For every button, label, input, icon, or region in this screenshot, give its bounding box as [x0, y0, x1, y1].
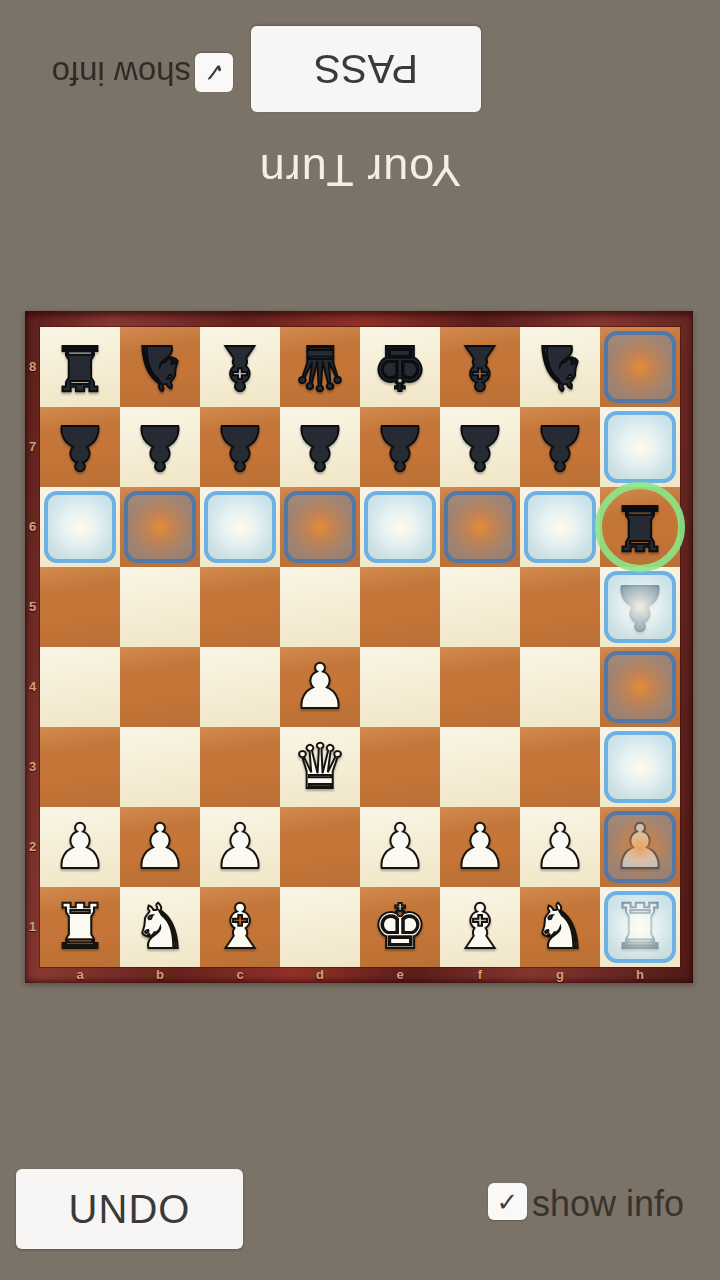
piece-black-rook: ♜	[600, 487, 680, 567]
square-b4[interactable]	[120, 647, 200, 727]
square-g1[interactable]: ♞	[520, 887, 600, 967]
move-highlight	[604, 651, 676, 723]
square-g7[interactable]: ♟	[520, 407, 600, 487]
square-c2[interactable]: ♟	[200, 807, 280, 887]
square-f7[interactable]: ♟	[440, 407, 520, 487]
square-g5[interactable]	[520, 567, 600, 647]
piece-black-knight: ♞	[520, 327, 600, 407]
square-c4[interactable]	[200, 647, 280, 727]
square-d2[interactable]	[280, 807, 360, 887]
move-highlight	[524, 491, 596, 563]
player-show-info-label: show info	[532, 1183, 684, 1225]
file-label-f: f	[440, 967, 520, 983]
square-c8[interactable]: ♝	[200, 327, 280, 407]
square-f1[interactable]: ♝	[440, 887, 520, 967]
piece-black-king: ♚	[360, 327, 440, 407]
opponent-control-bar: Your Turn PASS ✓ show info	[0, 0, 720, 200]
piece-white-rook: ♜	[40, 887, 120, 967]
rank-label-8: 8	[25, 327, 40, 407]
square-e6[interactable]	[360, 487, 440, 567]
square-b3[interactable]	[120, 727, 200, 807]
move-highlight	[604, 331, 676, 403]
file-label-c: c	[200, 967, 280, 983]
square-h8[interactable]	[600, 327, 680, 407]
piece-white-knight: ♞	[520, 887, 600, 967]
square-g6[interactable]	[520, 487, 600, 567]
square-e3[interactable]	[360, 727, 440, 807]
square-b5[interactable]	[120, 567, 200, 647]
square-e1[interactable]: ♚	[360, 887, 440, 967]
file-label-e: e	[360, 967, 440, 983]
piece-white-pawn: ♟	[40, 807, 120, 887]
square-h2[interactable]: ♟	[600, 807, 680, 887]
piece-white-rook: ♜	[600, 887, 680, 967]
square-h6[interactable]: ♜	[600, 487, 680, 567]
piece-black-pawn: ♟	[40, 407, 120, 487]
piece-black-pawn: ♟	[280, 407, 360, 487]
square-f3[interactable]	[440, 727, 520, 807]
piece-white-pawn: ♟	[440, 807, 520, 887]
rank-label-4: 4	[25, 647, 40, 727]
rank-label-5: 5	[25, 567, 40, 647]
piece-white-pawn: ♟	[360, 807, 440, 887]
square-d6[interactable]	[280, 487, 360, 567]
move-highlight	[444, 491, 516, 563]
square-b6[interactable]	[120, 487, 200, 567]
square-h7[interactable]	[600, 407, 680, 487]
square-e2[interactable]: ♟	[360, 807, 440, 887]
move-highlight	[124, 491, 196, 563]
square-d3[interactable]: ♛	[280, 727, 360, 807]
opponent-show-info-checkbox[interactable]: ✓	[195, 53, 233, 92]
square-c7[interactable]: ♟	[200, 407, 280, 487]
square-b1[interactable]: ♞	[120, 887, 200, 967]
square-a3[interactable]	[40, 727, 120, 807]
square-h3[interactable]	[600, 727, 680, 807]
move-highlight	[364, 491, 436, 563]
move-highlight	[44, 491, 116, 563]
rank-label-1: 1	[25, 887, 40, 967]
piece-black-pawn: ♟	[440, 407, 520, 487]
square-b8[interactable]: ♞	[120, 327, 200, 407]
file-label-h: h	[600, 967, 680, 983]
square-d5[interactable]	[280, 567, 360, 647]
piece-black-knight: ♞	[120, 327, 200, 407]
piece-black-queen: ♛	[280, 327, 360, 407]
piece-black-pawn: ♟	[200, 407, 280, 487]
square-g2[interactable]: ♟	[520, 807, 600, 887]
square-f8[interactable]: ♝	[440, 327, 520, 407]
square-a1[interactable]: ♜	[40, 887, 120, 967]
square-a8[interactable]: ♜	[40, 327, 120, 407]
square-c6[interactable]	[200, 487, 280, 567]
square-a7[interactable]: ♟	[40, 407, 120, 487]
square-h1[interactable]: ♜	[600, 887, 680, 967]
square-e8[interactable]: ♚	[360, 327, 440, 407]
move-highlight	[284, 491, 356, 563]
chess-board-frame: ♜♞♝♛♚♝♞♟♟♟♟♟♟♟♜♟♟♛♟♟♟♟♟♟♟♜♞♝♚♝♞♜ 8765432…	[25, 311, 693, 983]
piece-black-pawn: ♟	[120, 407, 200, 487]
piece-black-pawn: ♟	[520, 407, 600, 487]
rank-label-6: 6	[25, 487, 40, 567]
square-c3[interactable]	[200, 727, 280, 807]
rank-label-2: 2	[25, 807, 40, 887]
square-g8[interactable]: ♞	[520, 327, 600, 407]
move-highlight	[604, 411, 676, 483]
square-d8[interactable]: ♛	[280, 327, 360, 407]
square-d7[interactable]: ♟	[280, 407, 360, 487]
square-c1[interactable]: ♝	[200, 887, 280, 967]
square-d1[interactable]	[280, 887, 360, 967]
move-highlight	[604, 731, 676, 803]
piece-black-rook: ♜	[40, 327, 120, 407]
square-b7[interactable]: ♟	[120, 407, 200, 487]
piece-white-bishop: ♝	[440, 887, 520, 967]
square-e7[interactable]: ♟	[360, 407, 440, 487]
square-b2[interactable]: ♟	[120, 807, 200, 887]
piece-black-bishop: ♝	[440, 327, 520, 407]
square-f4[interactable]	[440, 647, 520, 727]
checkmark-icon: ✓	[203, 60, 225, 86]
square-a2[interactable]: ♟	[40, 807, 120, 887]
file-label-a: a	[40, 967, 120, 983]
turn-indicator: Your Turn	[0, 144, 720, 196]
file-label-d: d	[280, 967, 360, 983]
piece-white-king: ♚	[360, 887, 440, 967]
piece-white-pawn: ♟	[520, 807, 600, 887]
piece-white-pawn: ♟	[280, 647, 360, 727]
piece-white-pawn: ♟	[600, 807, 680, 887]
file-label-b: b	[120, 967, 200, 983]
rank-label-7: 7	[25, 407, 40, 487]
piece-black-bishop: ♝	[200, 327, 280, 407]
player-show-info-checkbox[interactable]: ✓	[488, 1183, 527, 1220]
piece-white-pawn: ♟	[200, 807, 280, 887]
piece-white-queen: ♛	[280, 727, 360, 807]
piece-black-pawn: ♟	[360, 407, 440, 487]
move-highlight	[204, 491, 276, 563]
piece-white-pawn: ♟	[120, 807, 200, 887]
chess-board: ♜♞♝♛♚♝♞♟♟♟♟♟♟♟♜♟♟♛♟♟♟♟♟♟♟♜♞♝♚♝♞♜	[40, 327, 680, 967]
file-label-g: g	[520, 967, 600, 983]
piece-white-bishop: ♝	[200, 887, 280, 967]
square-a4[interactable]	[40, 647, 120, 727]
square-c5[interactable]	[200, 567, 280, 647]
piece-black-pawn: ♟	[600, 567, 680, 647]
square-a5[interactable]	[40, 567, 120, 647]
square-f6[interactable]	[440, 487, 520, 567]
undo-button[interactable]: UNDO	[16, 1169, 243, 1249]
square-f2[interactable]: ♟	[440, 807, 520, 887]
pass-button[interactable]: PASS	[251, 26, 481, 112]
rank-label-3: 3	[25, 727, 40, 807]
square-h4[interactable]	[600, 647, 680, 727]
square-g4[interactable]	[520, 647, 600, 727]
checkmark-icon: ✓	[497, 1189, 519, 1215]
square-g3[interactable]	[520, 727, 600, 807]
opponent-show-info-label: show info	[52, 54, 191, 92]
square-e5[interactable]	[360, 567, 440, 647]
square-d4[interactable]: ♟	[280, 647, 360, 727]
square-a6[interactable]	[40, 487, 120, 567]
square-f5[interactable]	[440, 567, 520, 647]
square-e4[interactable]	[360, 647, 440, 727]
piece-white-knight: ♞	[120, 887, 200, 967]
square-h5[interactable]: ♟	[600, 567, 680, 647]
